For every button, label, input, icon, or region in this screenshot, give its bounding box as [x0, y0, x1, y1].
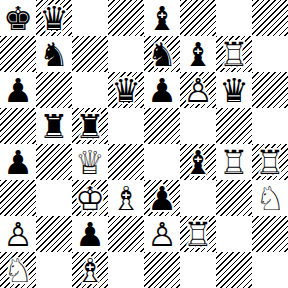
square-c1[interactable]: ♝♗: [72, 252, 108, 288]
piece-white-king: ♚♔: [72, 180, 108, 216]
square-h8[interactable]: [252, 0, 288, 36]
black-pawn-glyph: ♟: [72, 216, 108, 252]
piece-black-pawn: ♟: [0, 72, 36, 108]
white-rook-outline: ♖: [252, 144, 288, 180]
square-f1[interactable]: [180, 252, 216, 288]
black-pawn-glyph: ♟: [0, 144, 36, 180]
square-g4[interactable]: ♜♖: [216, 144, 252, 180]
square-c4[interactable]: ♛♕: [72, 144, 108, 180]
piece-black-queen: ♛: [216, 72, 252, 108]
square-f8[interactable]: [180, 0, 216, 36]
black-queen-glyph: ♛: [108, 72, 144, 108]
black-knight-glyph: ♞: [36, 36, 72, 72]
square-g3[interactable]: [216, 180, 252, 216]
white-rook-outline: ♖: [180, 216, 216, 252]
square-d7[interactable]: [108, 36, 144, 72]
piece-black-king: ♚: [0, 0, 36, 36]
square-b1[interactable]: [36, 252, 72, 288]
piece-white-bishop: ♝♗: [72, 252, 108, 288]
square-e7[interactable]: ♞: [144, 36, 180, 72]
black-bishop-glyph: ♝: [144, 0, 180, 36]
white-rook-outline: ♖: [216, 144, 252, 180]
white-queen-outline: ♕: [72, 144, 108, 180]
square-b3[interactable]: [36, 180, 72, 216]
square-h4[interactable]: ♜♖: [252, 144, 288, 180]
square-b4[interactable]: [36, 144, 72, 180]
piece-black-pawn: ♟: [144, 180, 180, 216]
square-e6[interactable]: ♟: [144, 72, 180, 108]
square-b5[interactable]: ♜: [36, 108, 72, 144]
square-g5[interactable]: [216, 108, 252, 144]
white-pawn-outline: ♙: [180, 72, 216, 108]
piece-black-bishop: ♝: [180, 36, 216, 72]
square-c2[interactable]: ♟: [72, 216, 108, 252]
white-bishop-outline: ♗: [108, 180, 144, 216]
square-g1[interactable]: [216, 252, 252, 288]
square-f5[interactable]: [180, 108, 216, 144]
black-bishop-glyph: ♝: [180, 36, 216, 72]
white-knight-outline: ♘: [0, 252, 36, 288]
square-e3[interactable]: ♟: [144, 180, 180, 216]
piece-black-queen: ♛: [108, 72, 144, 108]
white-rook-outline: ♖: [216, 36, 252, 72]
white-bishop-outline: ♗: [72, 252, 108, 288]
black-pawn-glyph: ♟: [144, 72, 180, 108]
piece-black-bishop: ♝: [180, 144, 216, 180]
piece-white-knight: ♞♘: [0, 252, 36, 288]
black-queen-glyph: ♛: [216, 72, 252, 108]
white-pawn-outline: ♙: [0, 216, 36, 252]
piece-white-rook: ♜♖: [216, 36, 252, 72]
piece-white-knight: ♞♘: [252, 180, 288, 216]
black-knight-glyph: ♞: [144, 36, 180, 72]
piece-white-rook: ♜♖: [216, 144, 252, 180]
square-a6[interactable]: ♟: [0, 72, 36, 108]
square-g8[interactable]: [216, 0, 252, 36]
square-c6[interactable]: [72, 72, 108, 108]
square-g2[interactable]: [216, 216, 252, 252]
square-h2[interactable]: [252, 216, 288, 252]
piece-white-rook: ♜♖: [252, 144, 288, 180]
square-g7[interactable]: ♜♖: [216, 36, 252, 72]
piece-white-pawn: ♟♙: [180, 72, 216, 108]
black-rook-glyph: ♜: [72, 108, 108, 144]
piece-black-knight: ♞: [144, 36, 180, 72]
black-queen-glyph: ♛: [36, 0, 72, 36]
square-f4[interactable]: ♝: [180, 144, 216, 180]
square-a4[interactable]: ♟: [0, 144, 36, 180]
square-c8[interactable]: [72, 0, 108, 36]
square-e5[interactable]: [144, 108, 180, 144]
square-d2[interactable]: [108, 216, 144, 252]
square-a3[interactable]: [0, 180, 36, 216]
square-d1[interactable]: [108, 252, 144, 288]
square-f3[interactable]: [180, 180, 216, 216]
square-h6[interactable]: [252, 72, 288, 108]
piece-black-bishop: ♝: [144, 0, 180, 36]
square-d8[interactable]: [108, 0, 144, 36]
piece-black-queen: ♛: [36, 0, 72, 36]
piece-black-knight: ♞: [36, 36, 72, 72]
piece-black-pawn: ♟: [144, 72, 180, 108]
square-g6[interactable]: ♛: [216, 72, 252, 108]
square-f7[interactable]: ♝: [180, 36, 216, 72]
square-c3[interactable]: ♚♔: [72, 180, 108, 216]
square-b2[interactable]: [36, 216, 72, 252]
square-h5[interactable]: [252, 108, 288, 144]
square-a8[interactable]: ♚: [0, 0, 36, 36]
square-f6[interactable]: ♟♙: [180, 72, 216, 108]
piece-black-rook: ♜: [72, 108, 108, 144]
square-c7[interactable]: [72, 36, 108, 72]
square-f2[interactable]: ♜♖: [180, 216, 216, 252]
square-a2[interactable]: ♟♙: [0, 216, 36, 252]
piece-white-bishop: ♝♗: [108, 180, 144, 216]
square-a1[interactable]: ♞♘: [0, 252, 36, 288]
square-b6[interactable]: [36, 72, 72, 108]
black-bishop-glyph: ♝: [180, 144, 216, 180]
square-h1[interactable]: [252, 252, 288, 288]
square-d5[interactable]: [108, 108, 144, 144]
square-d4[interactable]: [108, 144, 144, 180]
square-h7[interactable]: [252, 36, 288, 72]
black-pawn-glyph: ♟: [0, 72, 36, 108]
piece-black-rook: ♜: [36, 108, 72, 144]
square-a5[interactable]: [0, 108, 36, 144]
square-e8[interactable]: ♝: [144, 0, 180, 36]
piece-white-pawn: ♟♙: [0, 216, 36, 252]
piece-white-queen: ♛♕: [72, 144, 108, 180]
white-pawn-outline: ♙: [144, 216, 180, 252]
black-pawn-glyph: ♟: [144, 180, 180, 216]
square-b8[interactable]: ♛: [36, 0, 72, 36]
square-b7[interactable]: ♞: [36, 36, 72, 72]
square-a7[interactable]: [0, 36, 36, 72]
piece-black-pawn: ♟: [0, 144, 36, 180]
square-d3[interactable]: ♝♗: [108, 180, 144, 216]
square-e4[interactable]: [144, 144, 180, 180]
black-rook-glyph: ♜: [36, 108, 72, 144]
square-e2[interactable]: ♟♙: [144, 216, 180, 252]
black-king-glyph: ♚: [0, 0, 36, 36]
piece-white-rook: ♜♖: [180, 216, 216, 252]
chess-board: ♚♛♝♞♞♝♜♖♟♛♟♟♙♛♜♜♟♛♕♝♜♖♜♖♚♔♝♗♟♞♘♟♙♟♟♙♜♖♞♘…: [0, 0, 288, 288]
white-king-outline: ♔: [72, 180, 108, 216]
square-c5[interactable]: ♜: [72, 108, 108, 144]
piece-white-pawn: ♟♙: [144, 216, 180, 252]
square-h3[interactable]: ♞♘: [252, 180, 288, 216]
square-d6[interactable]: ♛: [108, 72, 144, 108]
piece-black-pawn: ♟: [72, 216, 108, 252]
square-e1[interactable]: [144, 252, 180, 288]
white-knight-outline: ♘: [252, 180, 288, 216]
